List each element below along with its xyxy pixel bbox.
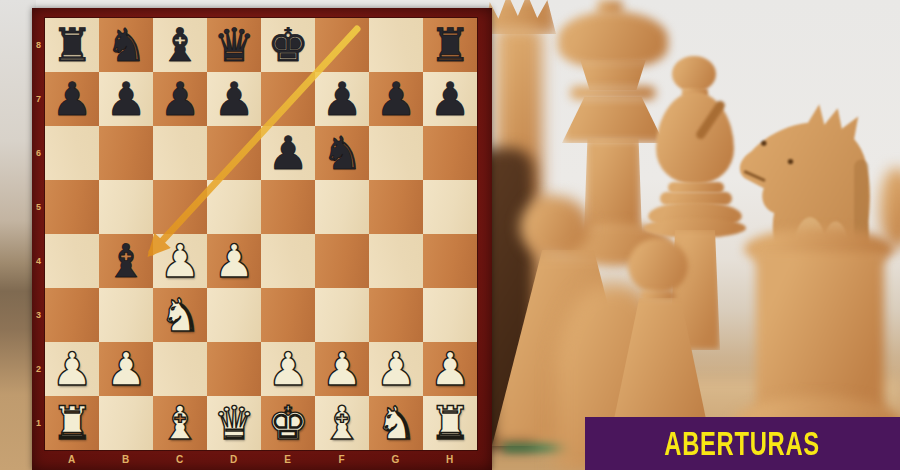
square-h5[interactable]	[423, 180, 477, 234]
square-g8[interactable]	[369, 18, 423, 72]
piece-black-pawn-h7[interactable]: ♟	[429, 72, 470, 126]
square-b5[interactable]	[99, 180, 153, 234]
file-label-h: H	[423, 450, 477, 468]
square-d1[interactable]: ♛	[207, 396, 261, 450]
board-grid: ♜♞♝♛♚♜♟♟♟♟♟♟♟♟♞♝♟♟♞♟♟♟♟♟♟♜♝♛♚♝♞♜	[45, 18, 477, 450]
square-e6[interactable]: ♟	[261, 126, 315, 180]
square-f7[interactable]: ♟	[315, 72, 369, 126]
file-label-d: D	[207, 450, 261, 468]
piece-white-pawn-e2[interactable]: ♟	[267, 342, 308, 396]
square-c5[interactable]	[153, 180, 207, 234]
square-c4[interactable]: ♟	[153, 234, 207, 288]
piece-black-queen-d8[interactable]: ♛	[213, 18, 254, 72]
piece-white-king-e1[interactable]: ♚	[267, 396, 308, 450]
file-label-c: C	[153, 450, 207, 468]
rank-label-4: 4	[32, 234, 45, 288]
square-c1[interactable]: ♝	[153, 396, 207, 450]
square-g3[interactable]	[369, 288, 423, 342]
square-b7[interactable]: ♟	[99, 72, 153, 126]
square-d2[interactable]	[207, 342, 261, 396]
square-e3[interactable]	[261, 288, 315, 342]
piece-black-bishop-c8[interactable]: ♝	[159, 18, 200, 72]
piece-black-rook-a8[interactable]: ♜	[51, 18, 92, 72]
square-a3[interactable]	[45, 288, 99, 342]
photo-king-crown	[558, 11, 668, 67]
square-b2[interactable]: ♟	[99, 342, 153, 396]
piece-black-pawn-g7[interactable]: ♟	[375, 72, 416, 126]
rank-label-8: 8	[32, 18, 45, 72]
square-f5[interactable]	[315, 180, 369, 234]
chess-board: 87654321 ♜♞♝♛♚♜♟♟♟♟♟♟♟♟♞♝♟♟♞♟♟♟♟♟♟♜♝♛♚♝♞…	[32, 8, 492, 470]
square-a7[interactable]: ♟	[45, 72, 99, 126]
piece-white-pawn-d4[interactable]: ♟	[213, 234, 254, 288]
piece-black-knight-f6[interactable]: ♞	[321, 126, 362, 180]
file-label-g: G	[369, 450, 423, 468]
square-c2[interactable]	[153, 342, 207, 396]
square-b6[interactable]	[99, 126, 153, 180]
piece-white-rook-a1[interactable]: ♜	[51, 396, 92, 450]
piece-black-pawn-e6[interactable]: ♟	[267, 126, 308, 180]
square-h6[interactable]	[423, 126, 477, 180]
square-f8[interactable]	[315, 18, 369, 72]
piece-black-knight-b8[interactable]: ♞	[105, 18, 146, 72]
square-f3[interactable]	[315, 288, 369, 342]
square-b3[interactable]	[99, 288, 153, 342]
square-g4[interactable]	[369, 234, 423, 288]
rank-label-2: 2	[32, 342, 45, 396]
square-e7[interactable]	[261, 72, 315, 126]
square-c6[interactable]	[153, 126, 207, 180]
photo-left-strip	[0, 0, 36, 470]
square-b1[interactable]	[99, 396, 153, 450]
square-b8[interactable]: ♞	[99, 18, 153, 72]
piece-black-pawn-d7[interactable]: ♟	[213, 72, 254, 126]
file-label-e: E	[261, 450, 315, 468]
piece-white-pawn-a2[interactable]: ♟	[51, 342, 92, 396]
piece-white-pawn-b2[interactable]: ♟	[105, 342, 146, 396]
square-h3[interactable]	[423, 288, 477, 342]
square-b4[interactable]: ♝	[99, 234, 153, 288]
square-f2[interactable]: ♟	[315, 342, 369, 396]
square-e8[interactable]: ♚	[261, 18, 315, 72]
square-a6[interactable]	[45, 126, 99, 180]
square-h2[interactable]: ♟	[423, 342, 477, 396]
piece-white-knight-g1[interactable]: ♞	[375, 396, 416, 450]
piece-white-bishop-c1[interactable]: ♝	[159, 396, 200, 450]
square-g6[interactable]	[369, 126, 423, 180]
piece-black-pawn-b7[interactable]: ♟	[105, 72, 146, 126]
piece-white-pawn-h2[interactable]: ♟	[429, 342, 470, 396]
piece-white-rook-h1[interactable]: ♜	[429, 396, 470, 450]
rank-labels: 87654321	[32, 18, 45, 450]
square-d4[interactable]: ♟	[207, 234, 261, 288]
piece-white-pawn-g2[interactable]: ♟	[375, 342, 416, 396]
photo-king-stem	[584, 138, 642, 233]
square-d7[interactable]: ♟	[207, 72, 261, 126]
square-h7[interactable]: ♟	[423, 72, 477, 126]
square-e2[interactable]: ♟	[261, 342, 315, 396]
piece-white-pawn-f2[interactable]: ♟	[321, 342, 362, 396]
photo-pawn-left-head	[520, 196, 590, 258]
rank-label-6: 6	[32, 126, 45, 180]
piece-white-knight-c3[interactable]: ♞	[159, 288, 200, 342]
square-a2[interactable]: ♟	[45, 342, 99, 396]
piece-white-queen-d1[interactable]: ♛	[213, 396, 254, 450]
square-c8[interactable]: ♝	[153, 18, 207, 72]
square-d5[interactable]	[207, 180, 261, 234]
square-e5[interactable]	[261, 180, 315, 234]
square-f1[interactable]: ♝	[315, 396, 369, 450]
file-label-a: A	[45, 450, 99, 468]
square-c3[interactable]: ♞	[153, 288, 207, 342]
piece-black-pawn-c7[interactable]: ♟	[159, 72, 200, 126]
square-g2[interactable]: ♟	[369, 342, 423, 396]
square-h8[interactable]: ♜	[423, 18, 477, 72]
piece-black-bishop-b4[interactable]: ♝	[105, 234, 146, 288]
piece-white-pawn-c4[interactable]: ♟	[159, 234, 200, 288]
square-c7[interactable]: ♟	[153, 72, 207, 126]
file-labels: ABCDEFGH	[45, 450, 477, 468]
square-g7[interactable]: ♟	[369, 72, 423, 126]
photo-pedestal-column	[756, 252, 884, 412]
rank-label-7: 7	[32, 72, 45, 126]
square-f4[interactable]	[315, 234, 369, 288]
rank-label-1: 1	[32, 396, 45, 450]
piece-black-rook-h8[interactable]: ♜	[429, 18, 470, 72]
piece-black-king-e8[interactable]: ♚	[267, 18, 308, 72]
photo-pawn-center-head	[628, 238, 688, 294]
square-h1[interactable]: ♜	[423, 396, 477, 450]
square-f6[interactable]: ♞	[315, 126, 369, 180]
square-e1[interactable]: ♚	[261, 396, 315, 450]
banner-label: ABERTURAS	[665, 425, 821, 463]
rank-label-5: 5	[32, 180, 45, 234]
square-g1[interactable]: ♞	[369, 396, 423, 450]
square-a8[interactable]: ♜	[45, 18, 99, 72]
rank-label-3: 3	[32, 288, 45, 342]
square-a5[interactable]	[45, 180, 99, 234]
square-a4[interactable]	[45, 234, 99, 288]
piece-black-pawn-a7[interactable]: ♟	[51, 72, 92, 126]
piece-white-bishop-f1[interactable]: ♝	[321, 396, 362, 450]
photo-bishop-finial	[672, 56, 716, 92]
square-d8[interactable]: ♛	[207, 18, 261, 72]
square-e4[interactable]	[261, 234, 315, 288]
photo-far-right-piece	[880, 168, 900, 248]
square-g5[interactable]	[369, 180, 423, 234]
square-a1[interactable]: ♜	[45, 396, 99, 450]
square-h4[interactable]	[423, 234, 477, 288]
square-d3[interactable]	[207, 288, 261, 342]
square-d6[interactable]	[207, 126, 261, 180]
piece-black-pawn-f7[interactable]: ♟	[321, 72, 362, 126]
photo-king-skirt	[562, 97, 664, 143]
file-label-b: B	[99, 450, 153, 468]
file-label-f: F	[315, 450, 369, 468]
aberturas-banner: ABERTURAS	[585, 417, 900, 470]
